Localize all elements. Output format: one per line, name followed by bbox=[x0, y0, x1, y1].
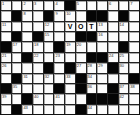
cell[interactable] bbox=[65, 32, 75, 41]
clue-number: 37 bbox=[120, 84, 124, 89]
black-cell bbox=[108, 84, 118, 93]
cell[interactable]: 9 bbox=[54, 11, 64, 20]
cell[interactable] bbox=[108, 11, 118, 20]
cell[interactable] bbox=[129, 42, 139, 51]
cell[interactable]: 33 bbox=[65, 74, 75, 83]
clue-number: 43 bbox=[23, 105, 27, 110]
cell[interactable]: O bbox=[76, 22, 86, 31]
clue-number: 33 bbox=[66, 74, 70, 79]
clue-number: 22 bbox=[34, 53, 38, 58]
clue-number: 2 bbox=[23, 1, 25, 6]
black-cell bbox=[12, 32, 22, 41]
cell[interactable]: 34 bbox=[87, 74, 97, 83]
cell[interactable]: 28 bbox=[87, 63, 97, 72]
clue-number: 18 bbox=[34, 42, 38, 47]
black-cell bbox=[76, 32, 86, 41]
cell[interactable] bbox=[129, 53, 139, 62]
clue-number: 3 bbox=[34, 1, 36, 6]
black-cell bbox=[97, 94, 107, 103]
cell[interactable] bbox=[1, 11, 11, 20]
clue-number: 7 bbox=[130, 1, 132, 6]
cell[interactable] bbox=[108, 32, 118, 41]
clue-number: 32 bbox=[45, 74, 49, 79]
cell[interactable] bbox=[33, 11, 43, 20]
cell[interactable] bbox=[33, 105, 43, 114]
cell[interactable] bbox=[33, 84, 43, 93]
cell[interactable] bbox=[54, 63, 64, 72]
clue-number: 42 bbox=[120, 94, 124, 99]
cell[interactable]: T bbox=[87, 22, 97, 31]
cell[interactable]: 4 bbox=[54, 1, 64, 10]
cell[interactable]: 19 bbox=[65, 42, 75, 51]
cell[interactable]: 20 bbox=[76, 42, 86, 51]
crossword-grid: 123456789101112VOT1314151617181920212223… bbox=[0, 0, 140, 115]
cell[interactable]: V bbox=[65, 22, 75, 31]
cell[interactable] bbox=[33, 63, 43, 72]
cell[interactable] bbox=[108, 22, 118, 31]
cell[interactable]: 39 bbox=[1, 94, 11, 103]
clue-number: 25 bbox=[120, 53, 124, 58]
cell[interactable] bbox=[129, 94, 139, 103]
cell[interactable] bbox=[22, 84, 32, 93]
cell[interactable] bbox=[65, 105, 75, 114]
cell[interactable]: 3 bbox=[33, 1, 43, 10]
clue-number: 44 bbox=[88, 105, 92, 110]
black-cell bbox=[1, 42, 11, 51]
black-cell bbox=[22, 53, 32, 62]
cell[interactable] bbox=[12, 53, 22, 62]
cell[interactable] bbox=[129, 105, 139, 114]
cell[interactable] bbox=[76, 94, 86, 103]
clue-number: 12 bbox=[45, 22, 49, 27]
cell[interactable] bbox=[108, 42, 118, 51]
cell[interactable] bbox=[22, 22, 32, 31]
cell[interactable]: 31 bbox=[22, 74, 32, 83]
cell[interactable] bbox=[76, 11, 86, 20]
black-cell bbox=[65, 1, 75, 10]
cell[interactable]: 32 bbox=[44, 74, 54, 83]
cell[interactable]: 35 bbox=[12, 84, 22, 93]
cell[interactable] bbox=[65, 53, 75, 62]
cell[interactable] bbox=[108, 105, 118, 114]
black-cell bbox=[76, 105, 86, 114]
black-cell bbox=[1, 84, 11, 93]
clue-number: 13 bbox=[98, 22, 102, 27]
cell[interactable] bbox=[44, 94, 54, 103]
cell[interactable] bbox=[44, 53, 54, 62]
cell[interactable]: 30 bbox=[119, 63, 129, 72]
filled-letter: V bbox=[65, 22, 75, 31]
cell[interactable]: 14 bbox=[119, 22, 129, 31]
black-cell bbox=[54, 84, 64, 93]
cell[interactable]: 21 bbox=[1, 53, 11, 62]
cell[interactable]: 23 bbox=[54, 53, 64, 62]
clue-number: 4 bbox=[55, 1, 57, 6]
black-cell bbox=[54, 42, 64, 51]
cell[interactable]: 16 bbox=[97, 32, 107, 41]
cell[interactable] bbox=[76, 53, 86, 62]
clue-number: 30 bbox=[120, 63, 124, 68]
cell[interactable]: 42 bbox=[119, 94, 129, 103]
clue-number: 38 bbox=[130, 84, 134, 89]
clue-number: 5 bbox=[77, 1, 79, 6]
cell[interactable]: 18 bbox=[33, 42, 43, 51]
cell[interactable] bbox=[119, 32, 129, 41]
black-cell bbox=[76, 74, 86, 83]
clue-number: 31 bbox=[23, 74, 27, 79]
black-cell bbox=[12, 11, 22, 20]
clue-number: 34 bbox=[88, 74, 92, 79]
cell[interactable] bbox=[129, 11, 139, 20]
clue-number: 26 bbox=[2, 63, 6, 68]
filled-letter: T bbox=[87, 22, 97, 31]
clue-number: 21 bbox=[2, 53, 6, 58]
black-cell bbox=[87, 11, 97, 20]
cell[interactable] bbox=[87, 1, 97, 10]
clue-number: 28 bbox=[88, 63, 92, 68]
black-cell bbox=[65, 63, 75, 72]
cell[interactable] bbox=[129, 22, 139, 31]
clue-number: 9 bbox=[55, 11, 57, 16]
clue-number: 16 bbox=[98, 32, 102, 37]
cell[interactable] bbox=[12, 94, 22, 103]
cell[interactable] bbox=[97, 105, 107, 114]
cell[interactable]: 36 bbox=[87, 84, 97, 93]
cell[interactable]: 37 bbox=[119, 84, 129, 93]
cell[interactable] bbox=[97, 84, 107, 93]
cell[interactable]: 44 bbox=[87, 105, 97, 114]
black-cell bbox=[22, 94, 32, 103]
clue-number: 23 bbox=[55, 53, 59, 58]
cell[interactable] bbox=[22, 32, 32, 41]
cell[interactable] bbox=[22, 63, 32, 72]
cell[interactable] bbox=[54, 22, 64, 31]
cell[interactable] bbox=[65, 84, 75, 93]
clue-number: 19 bbox=[66, 42, 70, 47]
clue-number: 20 bbox=[77, 42, 81, 47]
cell[interactable] bbox=[119, 74, 129, 83]
black-cell bbox=[87, 32, 97, 41]
black-cell bbox=[97, 53, 107, 62]
clue-number: 17 bbox=[13, 42, 17, 47]
black-cell bbox=[87, 94, 97, 103]
clue-number: 15 bbox=[45, 32, 49, 37]
cell[interactable] bbox=[54, 32, 64, 41]
cell[interactable] bbox=[44, 1, 54, 10]
clue-number: 8 bbox=[23, 11, 25, 16]
cell[interactable] bbox=[119, 105, 129, 114]
cell[interactable]: 15 bbox=[44, 32, 54, 41]
cell[interactable]: 10 bbox=[65, 11, 75, 20]
cell[interactable]: 25 bbox=[119, 53, 129, 62]
cell[interactable] bbox=[119, 1, 129, 10]
cell[interactable] bbox=[65, 94, 75, 103]
cell[interactable] bbox=[12, 1, 22, 10]
cell[interactable]: 22 bbox=[33, 53, 43, 62]
black-cell bbox=[44, 11, 54, 20]
cell[interactable]: 38 bbox=[129, 84, 139, 93]
cell[interactable]: 40 bbox=[33, 94, 43, 103]
clue-number: 29 bbox=[98, 63, 102, 68]
cell[interactable]: 41 bbox=[54, 94, 64, 103]
cell[interactable] bbox=[12, 22, 22, 31]
clue-number: 1 bbox=[2, 1, 4, 6]
black-cell bbox=[108, 94, 118, 103]
cell[interactable]: 1 bbox=[1, 1, 11, 10]
cell[interactable] bbox=[129, 63, 139, 72]
clue-number: 39 bbox=[2, 94, 6, 99]
cell[interactable]: 13 bbox=[97, 22, 107, 31]
cell[interactable] bbox=[44, 42, 54, 51]
cell[interactable] bbox=[97, 74, 107, 83]
cell[interactable]: 12 bbox=[44, 22, 54, 31]
black-cell bbox=[33, 32, 43, 41]
clue-number: 10 bbox=[66, 11, 70, 16]
clue-number: 27 bbox=[77, 63, 81, 68]
cell[interactable] bbox=[33, 74, 43, 83]
cell[interactable]: 8 bbox=[22, 11, 32, 20]
clue-number: 24 bbox=[109, 53, 113, 58]
clue-number: 41 bbox=[55, 94, 59, 99]
clue-number: 40 bbox=[34, 94, 38, 99]
cell[interactable] bbox=[12, 63, 22, 72]
cell[interactable]: 26 bbox=[1, 63, 11, 72]
cell[interactable] bbox=[97, 42, 107, 51]
filled-letter: O bbox=[76, 22, 86, 31]
cell[interactable]: 6 bbox=[108, 1, 118, 10]
cell[interactable] bbox=[44, 84, 54, 93]
black-cell bbox=[97, 11, 107, 20]
cell[interactable]: 7 bbox=[129, 1, 139, 10]
cell[interactable] bbox=[108, 74, 118, 83]
black-cell bbox=[119, 42, 129, 51]
cell[interactable]: 43 bbox=[22, 105, 32, 114]
cell[interactable] bbox=[22, 42, 32, 51]
black-cell bbox=[12, 105, 22, 114]
clue-number: 6 bbox=[109, 1, 111, 6]
cell[interactable]: 24 bbox=[108, 53, 118, 62]
black-cell bbox=[76, 84, 86, 93]
clue-number: 11 bbox=[2, 22, 6, 27]
cell[interactable] bbox=[54, 74, 64, 83]
clue-number: 36 bbox=[88, 84, 92, 89]
cell[interactable] bbox=[44, 105, 54, 114]
cell[interactable] bbox=[33, 22, 43, 31]
clue-number: 14 bbox=[120, 22, 124, 27]
cell[interactable] bbox=[87, 42, 97, 51]
cell[interactable] bbox=[97, 1, 107, 10]
cell[interactable] bbox=[1, 74, 11, 83]
cell[interactable]: 2 bbox=[22, 1, 32, 10]
cell[interactable]: 17 bbox=[12, 42, 22, 51]
black-cell bbox=[12, 74, 22, 83]
black-cell bbox=[119, 11, 129, 20]
black-cell bbox=[44, 63, 54, 72]
cell[interactable]: 11 bbox=[1, 22, 11, 31]
cell[interactable]: 27 bbox=[76, 63, 86, 72]
cell[interactable]: 5 bbox=[76, 1, 86, 10]
cell[interactable] bbox=[129, 32, 139, 41]
black-cell bbox=[129, 74, 139, 83]
black-cell bbox=[87, 53, 97, 62]
clue-number: 35 bbox=[13, 84, 17, 89]
cell[interactable] bbox=[1, 32, 11, 41]
cell[interactable]: 29 bbox=[97, 63, 107, 72]
black-cell bbox=[108, 63, 118, 72]
cell[interactable] bbox=[1, 105, 11, 114]
cell[interactable] bbox=[54, 105, 64, 114]
